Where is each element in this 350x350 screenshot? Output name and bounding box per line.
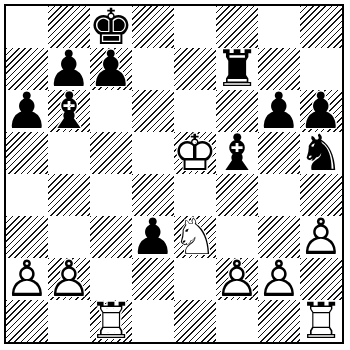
square-e4[interactable] [174, 174, 216, 216]
square-h3[interactable]: ♟♙ [300, 216, 342, 258]
piece-white-rook: ♖ [90, 300, 132, 342]
piece-white-king: ♔ [174, 132, 216, 174]
piece-halo: ♟ [6, 258, 48, 300]
square-c6[interactable] [90, 90, 132, 132]
piece-white-pawn: ♙ [300, 216, 342, 258]
square-f1[interactable] [216, 300, 258, 342]
square-d2[interactable] [132, 258, 174, 300]
square-f7[interactable]: ♜♜ [216, 48, 258, 90]
square-e6[interactable] [174, 90, 216, 132]
piece-halo: ♟ [132, 216, 174, 258]
piece-halo: ♜ [90, 300, 132, 342]
square-g5[interactable] [258, 132, 300, 174]
piece-halo: ♞ [300, 132, 342, 174]
square-e5[interactable]: ♚♔ [174, 132, 216, 174]
piece-white-knight: ♘ [174, 216, 216, 258]
square-c7[interactable]: ♟♟ [90, 48, 132, 90]
square-f6[interactable] [216, 90, 258, 132]
square-h4[interactable] [300, 174, 342, 216]
square-c3[interactable] [90, 216, 132, 258]
piece-halo: ♟ [90, 48, 132, 90]
piece-white-rook: ♖ [300, 300, 342, 342]
square-h2[interactable] [300, 258, 342, 300]
square-g3[interactable] [258, 216, 300, 258]
piece-halo: ♟ [48, 258, 90, 300]
piece-halo: ♜ [300, 300, 342, 342]
piece-black-rook: ♜ [216, 48, 258, 90]
square-h5[interactable]: ♞♞ [300, 132, 342, 174]
square-g1[interactable] [258, 300, 300, 342]
piece-white-pawn: ♙ [48, 258, 90, 300]
piece-halo: ♞ [174, 216, 216, 258]
square-b1[interactable] [48, 300, 90, 342]
square-d1[interactable] [132, 300, 174, 342]
square-h6[interactable]: ♟♟ [300, 90, 342, 132]
square-a8[interactable] [6, 6, 48, 48]
square-a7[interactable] [6, 48, 48, 90]
square-b5[interactable] [48, 132, 90, 174]
square-a3[interactable] [6, 216, 48, 258]
piece-black-pawn: ♟ [6, 90, 48, 132]
piece-black-pawn: ♟ [258, 90, 300, 132]
square-g2[interactable]: ♟♙ [258, 258, 300, 300]
square-b6[interactable]: ♝♝ [48, 90, 90, 132]
square-b8[interactable] [48, 6, 90, 48]
piece-halo: ♝ [216, 132, 258, 174]
square-f8[interactable] [216, 6, 258, 48]
square-a6[interactable]: ♟♟ [6, 90, 48, 132]
square-e1[interactable] [174, 300, 216, 342]
square-h7[interactable] [300, 48, 342, 90]
square-b3[interactable] [48, 216, 90, 258]
chess-diagram-page: ♚♚♟♟♟♟♜♜♟♟♝♝♟♟♟♟♚♔♝♝♞♞♟♟♞♘♟♙♟♙♟♙♟♙♟♙♜♖♜♖ [0, 0, 350, 350]
piece-black-pawn: ♟ [300, 90, 342, 132]
piece-halo: ♟ [258, 258, 300, 300]
square-g4[interactable] [258, 174, 300, 216]
square-f2[interactable]: ♟♙ [216, 258, 258, 300]
piece-halo: ♟ [300, 90, 342, 132]
square-d4[interactable] [132, 174, 174, 216]
square-a2[interactable]: ♟♙ [6, 258, 48, 300]
square-h1[interactable]: ♜♖ [300, 300, 342, 342]
square-g7[interactable] [258, 48, 300, 90]
square-d3[interactable]: ♟♟ [132, 216, 174, 258]
square-f5[interactable]: ♝♝ [216, 132, 258, 174]
square-b2[interactable]: ♟♙ [48, 258, 90, 300]
square-f4[interactable] [216, 174, 258, 216]
square-b7[interactable]: ♟♟ [48, 48, 90, 90]
square-d5[interactable] [132, 132, 174, 174]
chess-board: ♚♚♟♟♟♟♜♜♟♟♝♝♟♟♟♟♚♔♝♝♞♞♟♟♞♘♟♙♟♙♟♙♟♙♟♙♜♖♜♖ [4, 4, 344, 344]
square-g6[interactable]: ♟♟ [258, 90, 300, 132]
piece-halo: ♚ [90, 6, 132, 48]
square-d6[interactable] [132, 90, 174, 132]
piece-halo: ♟ [258, 90, 300, 132]
square-c5[interactable] [90, 132, 132, 174]
square-a1[interactable] [6, 300, 48, 342]
square-g8[interactable] [258, 6, 300, 48]
square-a4[interactable] [6, 174, 48, 216]
square-e2[interactable] [174, 258, 216, 300]
square-f3[interactable] [216, 216, 258, 258]
piece-halo: ♟ [48, 48, 90, 90]
piece-halo: ♜ [216, 48, 258, 90]
piece-black-knight: ♞ [300, 132, 342, 174]
piece-black-pawn: ♟ [90, 48, 132, 90]
square-e7[interactable] [174, 48, 216, 90]
square-d8[interactable] [132, 6, 174, 48]
square-d7[interactable] [132, 48, 174, 90]
piece-white-pawn: ♙ [216, 258, 258, 300]
square-e8[interactable] [174, 6, 216, 48]
piece-black-bishop: ♝ [48, 90, 90, 132]
square-b4[interactable] [48, 174, 90, 216]
piece-halo: ♟ [216, 258, 258, 300]
square-a5[interactable] [6, 132, 48, 174]
piece-black-pawn: ♟ [48, 48, 90, 90]
square-c4[interactable] [90, 174, 132, 216]
piece-black-pawn: ♟ [132, 216, 174, 258]
piece-black-king: ♚ [90, 6, 132, 48]
piece-halo: ♝ [48, 90, 90, 132]
square-c2[interactable] [90, 258, 132, 300]
piece-white-pawn: ♙ [6, 258, 48, 300]
piece-halo: ♚ [174, 132, 216, 174]
square-c1[interactable]: ♜♖ [90, 300, 132, 342]
square-e3[interactable]: ♞♘ [174, 216, 216, 258]
piece-halo: ♟ [6, 90, 48, 132]
piece-white-pawn: ♙ [258, 258, 300, 300]
piece-halo: ♟ [300, 216, 342, 258]
square-h8[interactable] [300, 6, 342, 48]
piece-black-bishop: ♝ [216, 132, 258, 174]
square-c8[interactable]: ♚♚ [90, 6, 132, 48]
